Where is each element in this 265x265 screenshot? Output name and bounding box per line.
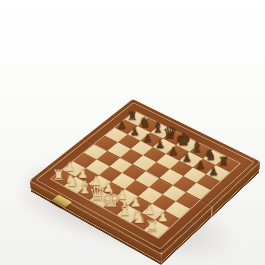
piece-white-rook: ♜	[42, 168, 75, 182]
square-g7[interactable]: ♟	[193, 158, 216, 174]
square-e1[interactable]: ♚	[103, 198, 127, 215]
square-h5[interactable]	[186, 183, 210, 199]
square-h8[interactable]: ♜	[216, 157, 239, 173]
chess-set-photo: ♜♞♝♛♚♝♞♜♟♟♟♟♟♟♟♟♟♟♟♟♟♟♟♟♜♞♝♛♚♝♞♜	[0, 0, 265, 265]
square-a1[interactable]: ♜	[51, 170, 75, 186]
fold-seam-side	[211, 206, 212, 218]
square-c1[interactable]: ♝	[77, 184, 101, 200]
